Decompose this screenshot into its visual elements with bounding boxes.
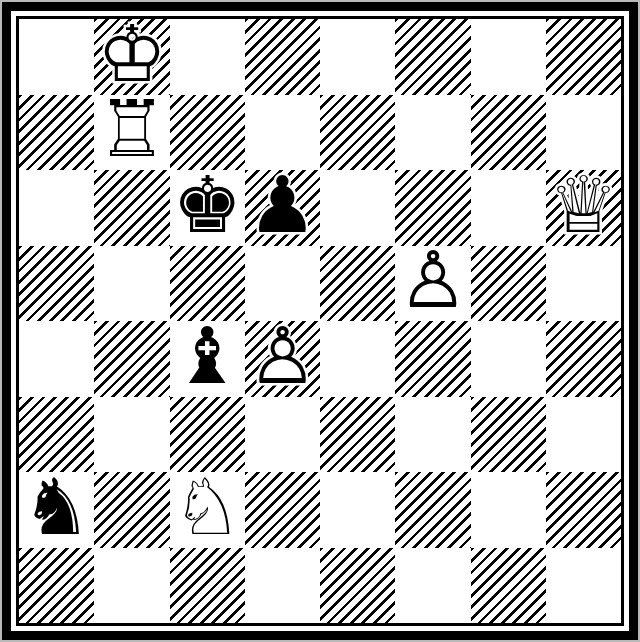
square-a2[interactable]: ♞♞: [19, 472, 94, 548]
square-b5[interactable]: [94, 246, 169, 322]
white-rook: ♜♖: [94, 95, 169, 171]
square-d4[interactable]: ♟♙: [245, 321, 320, 397]
chess-diagram: ♚♔♜♖♚♚♟♟♛♕♟♙♝♝♟♙♞♞♞♘: [0, 0, 640, 642]
square-e6[interactable]: [320, 170, 395, 246]
square-b4[interactable]: [94, 321, 169, 397]
square-f3[interactable]: [395, 397, 470, 473]
square-f1[interactable]: [395, 548, 470, 624]
square-f7[interactable]: [395, 95, 470, 171]
square-c1[interactable]: [170, 548, 245, 624]
black-bishop: ♝♝: [170, 321, 245, 397]
square-d3[interactable]: [245, 397, 320, 473]
square-a1[interactable]: [19, 548, 94, 624]
white-pawn: ♟♙: [395, 246, 470, 322]
white-queen: ♛♕: [546, 170, 621, 246]
square-b6[interactable]: [94, 170, 169, 246]
square-g4[interactable]: [471, 321, 546, 397]
square-g5[interactable]: [471, 246, 546, 322]
white-king-glyph: ♔: [97, 15, 167, 93]
square-c4[interactable]: ♝♝: [170, 321, 245, 397]
square-a8[interactable]: [19, 19, 94, 95]
board-outer-frame: ♚♔♜♖♚♚♟♟♛♕♟♙♝♝♟♙♞♞♞♘: [2, 2, 638, 640]
square-e2[interactable]: [320, 472, 395, 548]
square-g7[interactable]: [471, 95, 546, 171]
square-g3[interactable]: [471, 397, 546, 473]
square-a4[interactable]: [19, 321, 94, 397]
square-g2[interactable]: [471, 472, 546, 548]
chess-board: ♚♔♜♖♚♚♟♟♛♕♟♙♝♝♟♙♞♞♞♘: [19, 19, 621, 623]
square-d1[interactable]: [245, 548, 320, 624]
square-a5[interactable]: [19, 246, 94, 322]
square-e4[interactable]: [320, 321, 395, 397]
square-e7[interactable]: [320, 95, 395, 171]
square-h6[interactable]: ♛♕: [546, 170, 621, 246]
square-f2[interactable]: [395, 472, 470, 548]
square-g1[interactable]: [471, 548, 546, 624]
square-h1[interactable]: [546, 548, 621, 624]
square-a6[interactable]: [19, 170, 94, 246]
square-h4[interactable]: [546, 321, 621, 397]
square-b3[interactable]: [94, 397, 169, 473]
square-g6[interactable]: [471, 170, 546, 246]
board-inner-frame: ♚♔♜♖♚♚♟♟♛♕♟♙♝♝♟♙♞♞♞♘: [16, 16, 624, 626]
black-pawn: ♟♟: [245, 170, 320, 246]
square-c6[interactable]: ♚♚: [170, 170, 245, 246]
square-h8[interactable]: [546, 19, 621, 95]
square-f5[interactable]: ♟♙: [395, 246, 470, 322]
black-king-glyph: ♚: [172, 166, 242, 244]
black-king: ♚♚: [170, 170, 245, 246]
square-h3[interactable]: [546, 397, 621, 473]
square-d2[interactable]: [245, 472, 320, 548]
square-b1[interactable]: [94, 548, 169, 624]
white-queen-glyph: ♕: [548, 166, 618, 244]
square-g8[interactable]: [471, 19, 546, 95]
square-f8[interactable]: [395, 19, 470, 95]
square-h5[interactable]: [546, 246, 621, 322]
white-knight-glyph: ♘: [172, 468, 242, 546]
square-h2[interactable]: [546, 472, 621, 548]
white-pawn-glyph: ♙: [398, 241, 468, 319]
square-c2[interactable]: ♞♘: [170, 472, 245, 548]
square-a7[interactable]: [19, 95, 94, 171]
white-knight: ♞♘: [170, 472, 245, 548]
square-e3[interactable]: [320, 397, 395, 473]
white-pawn: ♟♙: [245, 321, 320, 397]
white-rook-glyph: ♖: [97, 90, 167, 168]
square-b2[interactable]: [94, 472, 169, 548]
square-d8[interactable]: [245, 19, 320, 95]
square-b7[interactable]: ♜♖: [94, 95, 169, 171]
black-bishop-glyph: ♝: [172, 317, 242, 395]
square-d6[interactable]: ♟♟: [245, 170, 320, 246]
black-knight-glyph: ♞: [22, 468, 92, 546]
square-e8[interactable]: [320, 19, 395, 95]
square-e1[interactable]: [320, 548, 395, 624]
square-e5[interactable]: [320, 246, 395, 322]
white-pawn-glyph: ♙: [247, 317, 317, 395]
black-pawn-glyph: ♟: [247, 166, 317, 244]
black-knight: ♞♞: [19, 472, 94, 548]
board-frame-gap: ♚♔♜♖♚♚♟♟♛♕♟♙♝♝♟♙♞♞♞♘: [11, 11, 629, 631]
square-f4[interactable]: [395, 321, 470, 397]
square-c8[interactable]: [170, 19, 245, 95]
